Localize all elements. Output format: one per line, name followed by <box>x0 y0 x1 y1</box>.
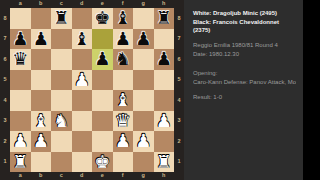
square-f7[interactable]: ♟ <box>113 29 134 50</box>
square-c6[interactable] <box>51 49 72 70</box>
frame-corner <box>0 172 10 180</box>
black-pawn-b7: ♟ <box>33 29 49 47</box>
file-label-top-g: g <box>133 0 154 8</box>
square-e3[interactable] <box>92 111 113 132</box>
players-block: White: Dragoljub Minic (2495) Black: Fra… <box>193 9 296 34</box>
square-g5[interactable] <box>133 70 154 91</box>
opening-line: Caro-Kann Defense: Panov Attack, Modern … <box>193 78 296 86</box>
square-d6[interactable] <box>72 49 93 70</box>
black-player-line: Black: Francois Chevaldonnet (2375) <box>193 18 296 34</box>
square-h6[interactable]: ♟ <box>154 49 175 70</box>
opening-block: Opening: Caro-Kann Defense: Panov Attack… <box>193 69 296 85</box>
square-b2[interactable]: ♟ <box>31 131 52 152</box>
white-pawn-d5: ♟ <box>74 70 90 88</box>
file-label-top-b: b <box>31 0 52 8</box>
white-pawn-f2: ♟ <box>115 132 131 150</box>
square-e4[interactable] <box>92 90 113 111</box>
square-a3[interactable] <box>10 111 31 132</box>
rank-label-right-1: 1 <box>174 152 184 173</box>
square-a7[interactable]: ♟ <box>10 29 31 50</box>
square-c7[interactable] <box>51 29 72 50</box>
square-c3[interactable]: ♞ <box>51 111 72 132</box>
square-f5[interactable] <box>113 70 134 91</box>
square-d5[interactable]: ♟ <box>72 70 93 91</box>
file-label-top-c: c <box>51 0 72 8</box>
square-g6[interactable] <box>133 49 154 70</box>
game-info-panel: White: Dragoljub Minic (2495) Black: Fra… <box>184 0 303 180</box>
black-pawn-g7: ♟ <box>135 29 151 47</box>
square-e6[interactable]: ♟ <box>92 49 113 70</box>
result-line: Result: 1-0 <box>193 93 296 101</box>
square-h1[interactable]: ♜ <box>154 152 175 173</box>
file-label-top-a: a <box>10 0 31 8</box>
square-d3[interactable] <box>72 111 93 132</box>
square-g3[interactable] <box>133 111 154 132</box>
file-label-bottom-e: e <box>92 172 113 180</box>
square-h2[interactable] <box>154 131 175 152</box>
file-label-top-f: f <box>113 0 134 8</box>
black-knight-f6: ♞ <box>115 50 131 68</box>
square-c4[interactable] <box>51 90 72 111</box>
square-b6[interactable] <box>31 49 52 70</box>
square-c2[interactable] <box>51 131 72 152</box>
square-b7[interactable]: ♟ <box>31 29 52 50</box>
square-h3[interactable]: ♟ <box>154 111 175 132</box>
square-d7[interactable]: ♝ <box>72 29 93 50</box>
square-b4[interactable] <box>31 90 52 111</box>
square-d1[interactable] <box>72 152 93 173</box>
square-c5[interactable] <box>51 70 72 91</box>
square-f8[interactable]: ♝ <box>113 8 134 29</box>
event-line: Reggio Emilia 1980/81 Round 4 <box>193 41 296 49</box>
white-bishop-f4: ♝ <box>115 91 131 109</box>
square-a8[interactable] <box>10 8 31 29</box>
white-pawn-a2: ♟ <box>12 132 28 150</box>
rank-label-left-6: 6 <box>0 49 10 70</box>
white-queen-f3: ♛ <box>115 111 131 129</box>
black-bishop-f8: ♝ <box>115 9 131 27</box>
file-label-bottom-g: g <box>133 172 154 180</box>
rank-label-right-8: 8 <box>174 8 184 29</box>
rank-label-right-6: 6 <box>174 49 184 70</box>
rank-label-left-1: 1 <box>0 152 10 173</box>
square-f4[interactable]: ♝ <box>113 90 134 111</box>
square-f1[interactable] <box>113 152 134 173</box>
chess-board: abcdefgh8♜♚♝♜87♟♟♝♟♟76♛♟♞♟65♟54♝43♝♞♛♟32… <box>0 0 184 180</box>
file-label-bottom-a: a <box>10 172 31 180</box>
black-bishop-d7: ♝ <box>74 29 90 47</box>
right-black-gutter <box>303 0 320 180</box>
square-f3[interactable]: ♛ <box>113 111 134 132</box>
square-e7[interactable] <box>92 29 113 50</box>
file-label-bottom-c: c <box>51 172 72 180</box>
black-pawn-a7: ♟ <box>12 29 28 47</box>
square-b5[interactable] <box>31 70 52 91</box>
square-h8[interactable]: ♜ <box>154 8 175 29</box>
black-pawn-h6: ♟ <box>156 50 172 68</box>
white-pawn-g2: ♟ <box>135 132 151 150</box>
white-knight-c3: ♞ <box>53 111 69 129</box>
file-label-bottom-f: f <box>113 172 134 180</box>
square-a2[interactable]: ♟ <box>10 131 31 152</box>
file-label-bottom-d: d <box>72 172 93 180</box>
black-rook-h8: ♜ <box>156 9 172 27</box>
black-pawn-f7: ♟ <box>115 29 131 47</box>
rank-label-left-2: 2 <box>0 131 10 152</box>
square-d8[interactable] <box>72 8 93 29</box>
rank-label-right-4: 4 <box>174 90 184 111</box>
square-h7[interactable] <box>154 29 175 50</box>
file-label-top-h: h <box>154 0 175 8</box>
square-e8[interactable]: ♚ <box>92 8 113 29</box>
rank-label-right-3: 3 <box>174 111 184 132</box>
square-d2[interactable] <box>72 131 93 152</box>
black-king-e8: ♚ <box>94 9 110 27</box>
square-f6[interactable]: ♞ <box>113 49 134 70</box>
square-g1[interactable] <box>133 152 154 173</box>
square-g7[interactable]: ♟ <box>133 29 154 50</box>
square-f2[interactable]: ♟ <box>113 131 134 152</box>
square-a4[interactable] <box>10 90 31 111</box>
black-rook-c8: ♜ <box>53 9 69 27</box>
white-pawn-b2: ♟ <box>33 132 49 150</box>
frame-corner <box>0 0 10 8</box>
rank-label-left-4: 4 <box>0 90 10 111</box>
square-b3[interactable]: ♝ <box>31 111 52 132</box>
rank-label-right-7: 7 <box>174 29 184 50</box>
square-c1[interactable] <box>51 152 72 173</box>
black-pawn-e6: ♟ <box>94 50 110 68</box>
square-a5[interactable] <box>10 70 31 91</box>
rank-label-right-2: 2 <box>174 131 184 152</box>
black-queen-a6: ♛ <box>12 50 28 68</box>
square-a6[interactable]: ♛ <box>10 49 31 70</box>
white-king-e1: ♚ <box>94 152 110 170</box>
white-rook-a1: ♜ <box>12 152 28 170</box>
white-bishop-b3: ♝ <box>33 111 49 129</box>
date-line: Date: 1980.12.30 <box>193 50 296 58</box>
file-label-bottom-h: h <box>154 172 175 180</box>
square-h4[interactable] <box>154 90 175 111</box>
square-g8[interactable] <box>133 8 154 29</box>
opening-label: Opening: <box>193 69 296 77</box>
rank-label-left-8: 8 <box>0 8 10 29</box>
square-b8[interactable] <box>31 8 52 29</box>
square-h5[interactable] <box>154 70 175 91</box>
white-player-line: White: Dragoljub Minic (2495) <box>193 9 296 17</box>
square-b1[interactable] <box>31 152 52 173</box>
rank-label-right-5: 5 <box>174 70 184 91</box>
square-a1[interactable]: ♜ <box>10 152 31 173</box>
white-rook-h1: ♜ <box>156 152 172 170</box>
white-pawn-h3: ♟ <box>156 111 172 129</box>
rank-label-left-7: 7 <box>0 29 10 50</box>
frame-corner <box>174 0 184 8</box>
square-e5[interactable] <box>92 70 113 91</box>
square-e1[interactable]: ♚ <box>92 152 113 173</box>
square-d4[interactable] <box>72 90 93 111</box>
square-e2[interactable] <box>92 131 113 152</box>
event-block: Reggio Emilia 1980/81 Round 4 Date: 1980… <box>193 41 296 58</box>
rank-label-left-5: 5 <box>0 70 10 91</box>
file-label-bottom-b: b <box>31 172 52 180</box>
frame-corner <box>174 172 184 180</box>
square-g4[interactable] <box>133 90 154 111</box>
square-c8[interactable]: ♜ <box>51 8 72 29</box>
square-g2[interactable]: ♟ <box>133 131 154 152</box>
file-label-top-e: e <box>92 0 113 8</box>
rank-label-left-3: 3 <box>0 111 10 132</box>
file-label-top-d: d <box>72 0 93 8</box>
